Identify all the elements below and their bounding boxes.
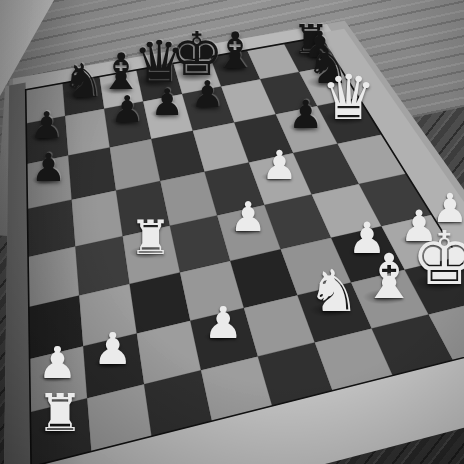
- vignette-overlay: [0, 0, 464, 464]
- chessboard-photo: ♞♝♛♚♝♜♟♟♟♟♞♟♟♛♟♜♟♟♟♟♟♟♞♝♚♜♟♟: [0, 0, 464, 464]
